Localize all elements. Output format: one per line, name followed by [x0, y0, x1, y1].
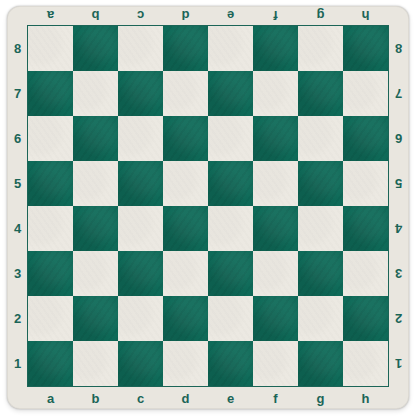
square-f2[interactable] — [253, 296, 298, 341]
square-a7[interactable] — [28, 71, 73, 116]
square-f3[interactable] — [253, 251, 298, 296]
file-labels-bottom: abcdefgh — [28, 389, 388, 408]
square-h5[interactable] — [343, 161, 388, 206]
square-f5[interactable] — [253, 161, 298, 206]
rank-label-left-4: 4 — [7, 206, 28, 251]
chess-board — [28, 26, 388, 386]
rank-label-left-7: 7 — [7, 71, 28, 116]
square-f4[interactable] — [253, 206, 298, 251]
rank-label-left-8: 8 — [7, 26, 28, 71]
square-b8[interactable] — [73, 26, 118, 71]
square-f1[interactable] — [253, 341, 298, 386]
square-a5[interactable] — [28, 161, 73, 206]
file-label-top-f: f — [253, 7, 298, 25]
file-label-bottom-d: d — [163, 389, 208, 408]
square-f7[interactable] — [253, 71, 298, 116]
square-d3[interactable] — [163, 251, 208, 296]
file-label-top-b: b — [73, 7, 118, 25]
square-d4[interactable] — [163, 206, 208, 251]
rank-label-right-3: 3 — [388, 251, 409, 296]
rank-label-left-3: 3 — [7, 251, 28, 296]
square-d1[interactable] — [163, 341, 208, 386]
square-b3[interactable] — [73, 251, 118, 296]
rank-label-right-2: 2 — [388, 296, 409, 341]
square-d6[interactable] — [163, 116, 208, 161]
square-g3[interactable] — [298, 251, 343, 296]
file-label-top-g: g — [298, 7, 343, 25]
square-a2[interactable] — [28, 296, 73, 341]
square-a6[interactable] — [28, 116, 73, 161]
square-e3[interactable] — [208, 251, 253, 296]
square-b4[interactable] — [73, 206, 118, 251]
square-a1[interactable] — [28, 341, 73, 386]
square-e8[interactable] — [208, 26, 253, 71]
square-h2[interactable] — [343, 296, 388, 341]
square-e1[interactable] — [208, 341, 253, 386]
square-g2[interactable] — [298, 296, 343, 341]
rank-label-left-1: 1 — [7, 341, 28, 386]
square-e2[interactable] — [208, 296, 253, 341]
square-g8[interactable] — [298, 26, 343, 71]
square-g4[interactable] — [298, 206, 343, 251]
rank-label-left-2: 2 — [7, 296, 28, 341]
square-d8[interactable] — [163, 26, 208, 71]
square-c1[interactable] — [118, 341, 163, 386]
square-f6[interactable] — [253, 116, 298, 161]
file-label-bottom-f: f — [253, 389, 298, 408]
rank-label-left-6: 6 — [7, 116, 28, 161]
file-label-bottom-h: h — [343, 389, 388, 408]
square-a8[interactable] — [28, 26, 73, 71]
file-label-top-e: e — [208, 7, 253, 25]
file-label-bottom-e: e — [208, 389, 253, 408]
file-label-bottom-a: a — [28, 389, 73, 408]
file-label-bottom-b: b — [73, 389, 118, 408]
square-f8[interactable] — [253, 26, 298, 71]
square-e5[interactable] — [208, 161, 253, 206]
board-photo: abcdefgh abcdefgh 87654321 87654321 — [0, 0, 416, 416]
square-c8[interactable] — [118, 26, 163, 71]
square-g7[interactable] — [298, 71, 343, 116]
square-g5[interactable] — [298, 161, 343, 206]
rank-label-right-8: 8 — [388, 26, 409, 71]
file-label-top-h: h — [343, 7, 388, 25]
square-c7[interactable] — [118, 71, 163, 116]
square-a4[interactable] — [28, 206, 73, 251]
rank-label-right-4: 4 — [388, 206, 409, 251]
square-d7[interactable] — [163, 71, 208, 116]
square-c2[interactable] — [118, 296, 163, 341]
file-label-bottom-c: c — [118, 389, 163, 408]
square-g6[interactable] — [298, 116, 343, 161]
square-b1[interactable] — [73, 341, 118, 386]
square-h7[interactable] — [343, 71, 388, 116]
square-e7[interactable] — [208, 71, 253, 116]
square-d5[interactable] — [163, 161, 208, 206]
square-h1[interactable] — [343, 341, 388, 386]
square-c5[interactable] — [118, 161, 163, 206]
square-h3[interactable] — [343, 251, 388, 296]
square-c4[interactable] — [118, 206, 163, 251]
file-labels-top: abcdefgh — [28, 7, 388, 25]
square-g1[interactable] — [298, 341, 343, 386]
square-c3[interactable] — [118, 251, 163, 296]
square-h8[interactable] — [343, 26, 388, 71]
square-a3[interactable] — [28, 251, 73, 296]
rank-labels-left: 87654321 — [7, 26, 28, 386]
square-h4[interactable] — [343, 206, 388, 251]
rank-label-right-6: 6 — [388, 116, 409, 161]
square-d2[interactable] — [163, 296, 208, 341]
file-label-top-a: a — [28, 7, 73, 25]
chess-mat: abcdefgh abcdefgh 87654321 87654321 — [7, 6, 409, 409]
rank-label-right-1: 1 — [388, 341, 409, 386]
square-b7[interactable] — [73, 71, 118, 116]
file-label-bottom-g: g — [298, 389, 343, 408]
file-label-top-c: c — [118, 7, 163, 25]
square-h6[interactable] — [343, 116, 388, 161]
rank-labels-right: 87654321 — [388, 26, 409, 386]
file-label-top-d: d — [163, 7, 208, 25]
square-e6[interactable] — [208, 116, 253, 161]
square-b2[interactable] — [73, 296, 118, 341]
square-b5[interactable] — [73, 161, 118, 206]
rank-label-left-5: 5 — [7, 161, 28, 206]
rank-label-right-5: 5 — [388, 161, 409, 206]
square-e4[interactable] — [208, 206, 253, 251]
square-b6[interactable] — [73, 116, 118, 161]
square-c6[interactable] — [118, 116, 163, 161]
rank-label-right-7: 7 — [388, 71, 409, 116]
